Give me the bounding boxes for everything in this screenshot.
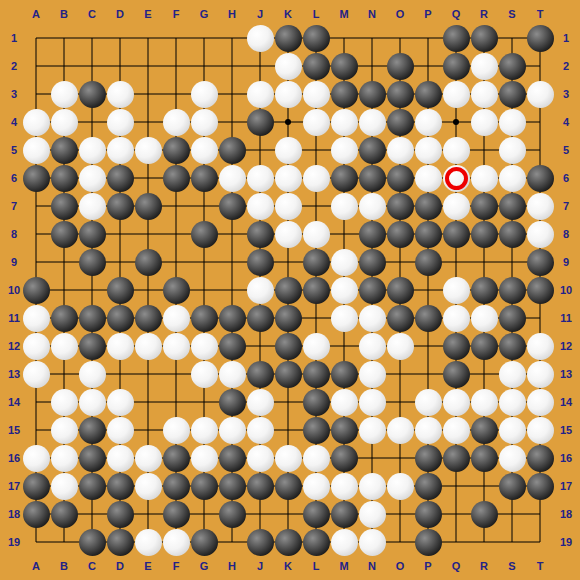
white-stone-A12 — [23, 333, 50, 360]
white-stone-A16 — [23, 445, 50, 472]
white-stone-P6 — [415, 165, 442, 192]
white-stone-D5 — [107, 137, 134, 164]
coord-label-right-3: 3 — [563, 88, 569, 100]
coord-label-top-A: A — [32, 8, 40, 20]
white-stone-G5 — [191, 137, 218, 164]
white-stone-S14 — [499, 389, 526, 416]
coord-label-bottom-N: N — [368, 560, 376, 572]
white-stone-N12 — [359, 333, 386, 360]
white-stone-C5 — [79, 137, 106, 164]
white-stone-K8 — [275, 221, 302, 248]
white-stone-G12 — [191, 333, 218, 360]
white-stone-E5 — [135, 137, 162, 164]
white-stone-B16 — [51, 445, 78, 472]
black-stone-T1 — [527, 25, 554, 52]
black-stone-E11 — [135, 305, 162, 332]
coord-label-top-J: J — [257, 8, 263, 20]
black-stone-G11 — [191, 305, 218, 332]
white-stone-Q10 — [443, 277, 470, 304]
coord-label-right-17: 17 — [560, 480, 572, 492]
coord-label-bottom-F: F — [173, 560, 180, 572]
white-stone-F19 — [163, 529, 190, 556]
black-stone-M2 — [331, 53, 358, 80]
coord-label-bottom-C: C — [88, 560, 96, 572]
black-stone-Q16 — [443, 445, 470, 472]
white-stone-L6 — [303, 165, 330, 192]
white-stone-J3 — [247, 81, 274, 108]
coord-label-left-16: 16 — [8, 452, 20, 464]
black-stone-D7 — [107, 193, 134, 220]
black-stone-M15 — [331, 417, 358, 444]
white-stone-T13 — [527, 361, 554, 388]
white-stone-R4 — [471, 109, 498, 136]
white-stone-N14 — [359, 389, 386, 416]
white-stone-B3 — [51, 81, 78, 108]
white-stone-M19 — [331, 529, 358, 556]
coord-label-bottom-G: G — [200, 560, 209, 572]
white-stone-S15 — [499, 417, 526, 444]
white-stone-D3 — [107, 81, 134, 108]
coord-label-right-15: 15 — [560, 424, 572, 436]
coord-label-right-2: 2 — [563, 60, 569, 72]
black-stone-M3 — [331, 81, 358, 108]
white-stone-C13 — [79, 361, 106, 388]
black-stone-C3 — [79, 81, 106, 108]
coord-label-top-O: O — [396, 8, 405, 20]
black-stone-B6 — [51, 165, 78, 192]
white-stone-Q11 — [443, 305, 470, 332]
black-stone-P16 — [415, 445, 442, 472]
black-stone-P19 — [415, 529, 442, 556]
white-stone-N4 — [359, 109, 386, 136]
coord-label-left-13: 13 — [8, 368, 20, 380]
black-stone-N5 — [359, 137, 386, 164]
white-stone-E12 — [135, 333, 162, 360]
black-stone-E9 — [135, 249, 162, 276]
white-stone-R2 — [471, 53, 498, 80]
white-stone-T8 — [527, 221, 554, 248]
black-stone-O11 — [387, 305, 414, 332]
white-stone-J1 — [247, 25, 274, 52]
black-stone-A6 — [23, 165, 50, 192]
black-stone-T16 — [527, 445, 554, 472]
coord-label-left-15: 15 — [8, 424, 20, 436]
black-stone-P8 — [415, 221, 442, 248]
white-stone-Q5 — [443, 137, 470, 164]
white-stone-Q7 — [443, 193, 470, 220]
black-stone-L9 — [303, 249, 330, 276]
white-stone-T3 — [527, 81, 554, 108]
white-stone-L16 — [303, 445, 330, 472]
white-stone-H13 — [219, 361, 246, 388]
white-stone-S5 — [499, 137, 526, 164]
coord-label-right-13: 13 — [560, 368, 572, 380]
white-stone-S6 — [499, 165, 526, 192]
coord-label-bottom-L: L — [313, 560, 320, 572]
black-stone-J19 — [247, 529, 274, 556]
white-stone-Q15 — [443, 417, 470, 444]
black-stone-K17 — [275, 473, 302, 500]
coord-label-bottom-Q: Q — [452, 560, 461, 572]
coord-label-right-5: 5 — [563, 144, 569, 156]
white-stone-E17 — [135, 473, 162, 500]
coord-label-bottom-O: O — [396, 560, 405, 572]
coord-label-top-P: P — [424, 8, 431, 20]
coord-label-right-7: 7 — [563, 200, 569, 212]
black-stone-N8 — [359, 221, 386, 248]
coord-label-bottom-P: P — [424, 560, 431, 572]
white-stone-L8 — [303, 221, 330, 248]
black-stone-F17 — [163, 473, 190, 500]
star-point-K4 — [285, 119, 291, 125]
white-stone-J14 — [247, 389, 274, 416]
black-stone-M18 — [331, 501, 358, 528]
black-stone-S11 — [499, 305, 526, 332]
star-point-Q4 — [453, 119, 459, 125]
white-stone-P14 — [415, 389, 442, 416]
coord-label-top-G: G — [200, 8, 209, 20]
coord-label-top-T: T — [537, 8, 544, 20]
white-stone-S4 — [499, 109, 526, 136]
black-stone-J13 — [247, 361, 274, 388]
black-stone-D11 — [107, 305, 134, 332]
coord-label-top-E: E — [144, 8, 151, 20]
black-stone-K13 — [275, 361, 302, 388]
white-stone-R11 — [471, 305, 498, 332]
black-stone-H18 — [219, 501, 246, 528]
black-stone-H12 — [219, 333, 246, 360]
black-stone-C11 — [79, 305, 106, 332]
white-stone-F4 — [163, 109, 190, 136]
white-stone-N19 — [359, 529, 386, 556]
black-stone-B11 — [51, 305, 78, 332]
coord-label-top-B: B — [60, 8, 68, 20]
black-stone-N6 — [359, 165, 386, 192]
black-stone-T6 — [527, 165, 554, 192]
black-stone-B8 — [51, 221, 78, 248]
white-stone-K2 — [275, 53, 302, 80]
coord-label-right-11: 11 — [560, 312, 572, 324]
black-stone-N9 — [359, 249, 386, 276]
white-stone-M10 — [331, 277, 358, 304]
white-stone-P5 — [415, 137, 442, 164]
black-stone-P7 — [415, 193, 442, 220]
black-stone-G17 — [191, 473, 218, 500]
white-stone-R14 — [471, 389, 498, 416]
black-stone-R16 — [471, 445, 498, 472]
white-stone-N17 — [359, 473, 386, 500]
coord-label-top-S: S — [508, 8, 515, 20]
black-stone-L10 — [303, 277, 330, 304]
go-board[interactable]: AABBCCDDEEFFGGHHJJKKLLMMNNOOPPQQRRSSTT11… — [0, 0, 580, 580]
black-stone-S2 — [499, 53, 526, 80]
white-stone-D4 — [107, 109, 134, 136]
coord-label-left-18: 18 — [8, 508, 20, 520]
black-stone-O7 — [387, 193, 414, 220]
white-stone-Q3 — [443, 81, 470, 108]
black-stone-L18 — [303, 501, 330, 528]
black-stone-D19 — [107, 529, 134, 556]
white-stone-T7 — [527, 193, 554, 220]
black-stone-C16 — [79, 445, 106, 472]
black-stone-H5 — [219, 137, 246, 164]
black-stone-L19 — [303, 529, 330, 556]
white-stone-S16 — [499, 445, 526, 472]
coord-label-left-1: 1 — [11, 32, 17, 44]
white-stone-N11 — [359, 305, 386, 332]
black-stone-C19 — [79, 529, 106, 556]
coord-label-right-16: 16 — [560, 452, 572, 464]
white-stone-P4 — [415, 109, 442, 136]
black-stone-Q8 — [443, 221, 470, 248]
black-stone-J9 — [247, 249, 274, 276]
black-stone-P11 — [415, 305, 442, 332]
black-stone-S8 — [499, 221, 526, 248]
white-stone-Q14 — [443, 389, 470, 416]
coord-label-bottom-M: M — [339, 560, 348, 572]
coord-label-right-1: 1 — [563, 32, 569, 44]
white-stone-D16 — [107, 445, 134, 472]
black-stone-F16 — [163, 445, 190, 472]
coord-label-left-8: 8 — [11, 228, 17, 240]
coord-label-right-18: 18 — [560, 508, 572, 520]
black-stone-O4 — [387, 109, 414, 136]
black-stone-O3 — [387, 81, 414, 108]
white-stone-M4 — [331, 109, 358, 136]
white-stone-G4 — [191, 109, 218, 136]
coord-label-left-2: 2 — [11, 60, 17, 72]
coord-label-top-C: C — [88, 8, 96, 20]
white-stone-T14 — [527, 389, 554, 416]
black-stone-P3 — [415, 81, 442, 108]
white-stone-G15 — [191, 417, 218, 444]
white-stone-K7 — [275, 193, 302, 220]
coord-label-bottom-S: S — [508, 560, 515, 572]
black-stone-C17 — [79, 473, 106, 500]
white-stone-A4 — [23, 109, 50, 136]
coord-label-bottom-K: K — [284, 560, 292, 572]
coord-label-bottom-H: H — [228, 560, 236, 572]
black-stone-K1 — [275, 25, 302, 52]
black-stone-J8 — [247, 221, 274, 248]
black-stone-F6 — [163, 165, 190, 192]
black-stone-J17 — [247, 473, 274, 500]
coord-label-top-N: N — [368, 8, 376, 20]
white-stone-T15 — [527, 417, 554, 444]
white-stone-D15 — [107, 417, 134, 444]
black-stone-B7 — [51, 193, 78, 220]
coord-label-right-12: 12 — [560, 340, 572, 352]
black-stone-A10 — [23, 277, 50, 304]
white-stone-J10 — [247, 277, 274, 304]
black-stone-G19 — [191, 529, 218, 556]
white-stone-D14 — [107, 389, 134, 416]
coord-label-bottom-A: A — [32, 560, 40, 572]
white-stone-B17 — [51, 473, 78, 500]
black-stone-S17 — [499, 473, 526, 500]
white-stone-M11 — [331, 305, 358, 332]
coord-label-right-14: 14 — [560, 396, 572, 408]
black-stone-C9 — [79, 249, 106, 276]
coord-label-left-14: 14 — [8, 396, 20, 408]
coord-label-left-17: 17 — [8, 480, 20, 492]
white-stone-L17 — [303, 473, 330, 500]
black-stone-M13 — [331, 361, 358, 388]
black-stone-Q1 — [443, 25, 470, 52]
white-stone-G3 — [191, 81, 218, 108]
white-stone-N18 — [359, 501, 386, 528]
black-stone-J4 — [247, 109, 274, 136]
black-stone-P18 — [415, 501, 442, 528]
black-stone-K10 — [275, 277, 302, 304]
black-stone-G6 — [191, 165, 218, 192]
coord-label-bottom-E: E — [144, 560, 151, 572]
black-stone-K19 — [275, 529, 302, 556]
white-stone-B14 — [51, 389, 78, 416]
black-stone-K12 — [275, 333, 302, 360]
white-stone-H6 — [219, 165, 246, 192]
coord-label-left-11: 11 — [8, 312, 20, 324]
white-stone-S13 — [499, 361, 526, 388]
coord-label-bottom-J: J — [257, 560, 263, 572]
last-move-marker — [445, 167, 468, 190]
black-stone-C12 — [79, 333, 106, 360]
coord-label-top-H: H — [228, 8, 236, 20]
black-stone-S12 — [499, 333, 526, 360]
black-stone-H7 — [219, 193, 246, 220]
coord-label-bottom-R: R — [480, 560, 488, 572]
black-stone-Q2 — [443, 53, 470, 80]
black-stone-P9 — [415, 249, 442, 276]
coord-label-right-6: 6 — [563, 172, 569, 184]
black-stone-D17 — [107, 473, 134, 500]
black-stone-H16 — [219, 445, 246, 472]
white-stone-O15 — [387, 417, 414, 444]
coord-label-left-12: 12 — [8, 340, 20, 352]
black-stone-S3 — [499, 81, 526, 108]
coord-label-left-10: 10 — [8, 284, 20, 296]
black-stone-T10 — [527, 277, 554, 304]
black-stone-K11 — [275, 305, 302, 332]
white-stone-F15 — [163, 417, 190, 444]
black-stone-L13 — [303, 361, 330, 388]
white-stone-N15 — [359, 417, 386, 444]
coord-label-left-3: 3 — [11, 88, 17, 100]
white-stone-L3 — [303, 81, 330, 108]
black-stone-C8 — [79, 221, 106, 248]
coord-label-left-19: 19 — [8, 536, 20, 548]
black-stone-O2 — [387, 53, 414, 80]
black-stone-R15 — [471, 417, 498, 444]
coord-label-top-M: M — [339, 8, 348, 20]
white-stone-M17 — [331, 473, 358, 500]
coord-label-right-8: 8 — [563, 228, 569, 240]
white-stone-H15 — [219, 417, 246, 444]
black-stone-T9 — [527, 249, 554, 276]
coord-label-left-9: 9 — [11, 256, 17, 268]
black-stone-O8 — [387, 221, 414, 248]
white-stone-F11 — [163, 305, 190, 332]
white-stone-J6 — [247, 165, 274, 192]
black-stone-L2 — [303, 53, 330, 80]
coord-label-bottom-B: B — [60, 560, 68, 572]
black-stone-J11 — [247, 305, 274, 332]
black-stone-A18 — [23, 501, 50, 528]
black-stone-S10 — [499, 277, 526, 304]
black-stone-R10 — [471, 277, 498, 304]
white-stone-E19 — [135, 529, 162, 556]
white-stone-G16 — [191, 445, 218, 472]
white-stone-J15 — [247, 417, 274, 444]
black-stone-L15 — [303, 417, 330, 444]
black-stone-F18 — [163, 501, 190, 528]
white-stone-D12 — [107, 333, 134, 360]
white-stone-A13 — [23, 361, 50, 388]
black-stone-C15 — [79, 417, 106, 444]
black-stone-R12 — [471, 333, 498, 360]
black-stone-D6 — [107, 165, 134, 192]
coord-label-bottom-T: T — [537, 560, 544, 572]
coord-label-top-D: D — [116, 8, 124, 20]
black-stone-H14 — [219, 389, 246, 416]
black-stone-Q13 — [443, 361, 470, 388]
white-stone-A5 — [23, 137, 50, 164]
coord-label-left-5: 5 — [11, 144, 17, 156]
white-stone-R6 — [471, 165, 498, 192]
coord-label-right-4: 4 — [563, 116, 569, 128]
coord-label-top-K: K — [284, 8, 292, 20]
white-stone-K16 — [275, 445, 302, 472]
coord-label-bottom-D: D — [116, 560, 124, 572]
white-stone-C14 — [79, 389, 106, 416]
white-stone-M5 — [331, 137, 358, 164]
black-stone-H11 — [219, 305, 246, 332]
coord-label-left-6: 6 — [11, 172, 17, 184]
black-stone-R1 — [471, 25, 498, 52]
white-stone-K3 — [275, 81, 302, 108]
white-stone-C7 — [79, 193, 106, 220]
white-stone-R3 — [471, 81, 498, 108]
black-stone-T17 — [527, 473, 554, 500]
white-stone-K5 — [275, 137, 302, 164]
white-stone-K6 — [275, 165, 302, 192]
white-stone-B12 — [51, 333, 78, 360]
white-stone-F12 — [163, 333, 190, 360]
black-stone-A17 — [23, 473, 50, 500]
white-stone-B15 — [51, 417, 78, 444]
white-stone-O5 — [387, 137, 414, 164]
black-stone-G8 — [191, 221, 218, 248]
coord-label-right-9: 9 — [563, 256, 569, 268]
black-stone-F5 — [163, 137, 190, 164]
black-stone-O10 — [387, 277, 414, 304]
white-stone-C6 — [79, 165, 106, 192]
coord-label-right-10: 10 — [560, 284, 572, 296]
black-stone-E7 — [135, 193, 162, 220]
black-stone-R8 — [471, 221, 498, 248]
white-stone-M9 — [331, 249, 358, 276]
white-stone-J7 — [247, 193, 274, 220]
black-stone-R7 — [471, 193, 498, 220]
black-stone-D10 — [107, 277, 134, 304]
coord-label-top-L: L — [313, 8, 320, 20]
white-stone-A11 — [23, 305, 50, 332]
black-stone-P17 — [415, 473, 442, 500]
black-stone-F10 — [163, 277, 190, 304]
black-stone-L14 — [303, 389, 330, 416]
coord-label-left-4: 4 — [11, 116, 17, 128]
white-stone-O17 — [387, 473, 414, 500]
